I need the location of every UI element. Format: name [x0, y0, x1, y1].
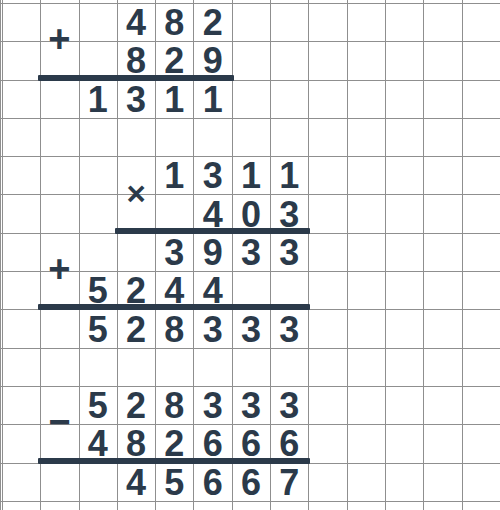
- digit-cell: 3: [270, 386, 308, 424]
- operator-plus-sign: +: [48, 20, 70, 58]
- digit-cell: 5: [155, 463, 193, 501]
- sum-rule-bar: [115, 228, 311, 234]
- digit-cell: 4: [117, 463, 155, 501]
- operator-plus-sign: +: [48, 250, 70, 288]
- digit-cell: 3: [194, 309, 232, 347]
- digit-cell: 9: [194, 233, 232, 271]
- digit-cell: 8: [155, 309, 193, 347]
- digit-cell: 8: [117, 41, 155, 79]
- digit-cell: 8: [117, 424, 155, 462]
- sum-rule-bar: [38, 304, 310, 310]
- digit-cell: 2: [117, 386, 155, 424]
- digit-cell: 1: [155, 156, 193, 194]
- digit-cell: 3: [270, 309, 308, 347]
- digit-cell: 4: [117, 3, 155, 41]
- digit-cell: 3: [117, 80, 155, 118]
- digit-cell: 1: [270, 156, 308, 194]
- operator-times-sign: ×: [126, 176, 145, 209]
- digit-cell: 6: [232, 424, 270, 462]
- digit-cell: 1: [155, 80, 193, 118]
- digit-cell: 1: [79, 80, 117, 118]
- digit-cell: 3: [194, 386, 232, 424]
- sum-rule-bar: [38, 75, 234, 81]
- arithmetic-worksheet: 4828291311131140339335244528333528333482…: [0, 0, 500, 510]
- digit-cell: 8: [155, 386, 193, 424]
- digit-cell: 3: [194, 156, 232, 194]
- digit-cell: 6: [194, 424, 232, 462]
- digit-cell: 6: [194, 463, 232, 501]
- digit-cell: 3: [270, 233, 308, 271]
- digit-cell: 3: [232, 233, 270, 271]
- digit-cell: 3: [232, 386, 270, 424]
- digit-cell: 8: [155, 3, 193, 41]
- digit-cell: 2: [155, 424, 193, 462]
- digit-cell: 1: [194, 80, 232, 118]
- digit-cell: 3: [232, 309, 270, 347]
- operator-minus-sign: −: [48, 403, 70, 441]
- digit-cell: 3: [155, 233, 193, 271]
- digit-cell: 5: [79, 386, 117, 424]
- sum-rule-bar: [38, 458, 310, 464]
- digit-cell: 1: [232, 156, 270, 194]
- digit-cell: 2: [194, 3, 232, 41]
- digit-cell: 6: [232, 463, 270, 501]
- digit-cell: 9: [194, 41, 232, 79]
- digit-cell: 2: [117, 309, 155, 347]
- digit-cell: 2: [155, 41, 193, 79]
- digit-cell: 4: [79, 424, 117, 462]
- digit-cell: 5: [79, 309, 117, 347]
- digit-cell: 6: [270, 424, 308, 462]
- digit-cell: 7: [270, 463, 308, 501]
